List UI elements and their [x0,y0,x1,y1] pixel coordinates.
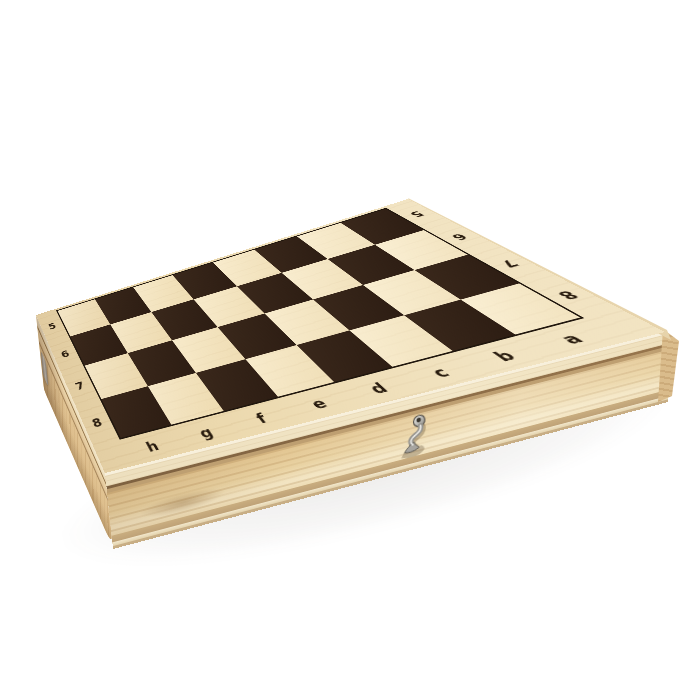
metal-clasp [398,409,435,460]
photo-stage: 5678 5678 hgfedcba [0,0,700,700]
